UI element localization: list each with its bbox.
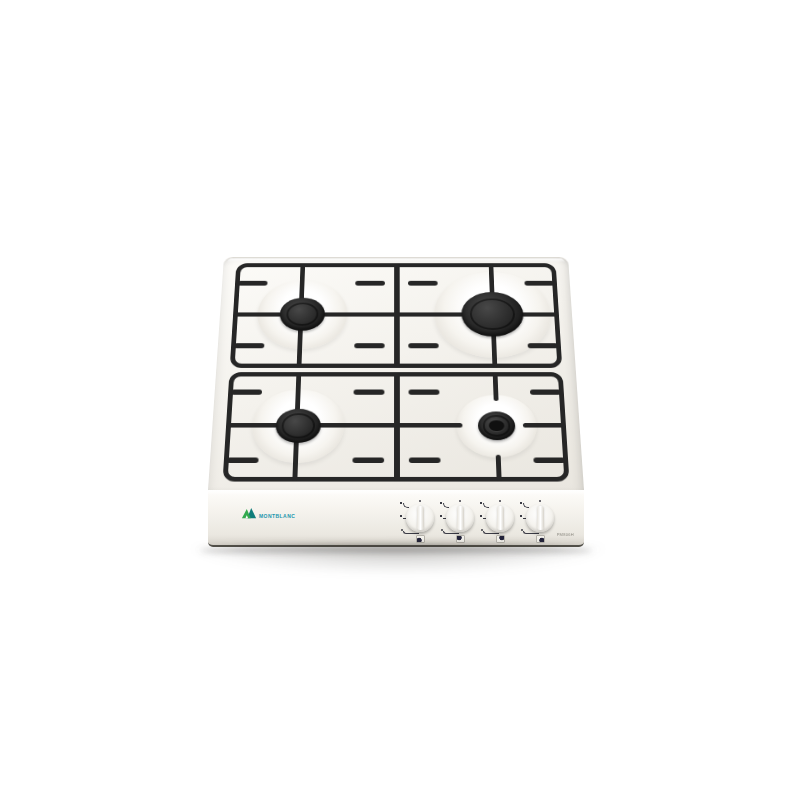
grate-finger [352,457,384,463]
burner-knob-3[interactable] [480,496,520,542]
ignition-dot-mark [499,500,501,502]
grate-finger [528,343,559,348]
grate-bar [394,263,400,368]
grate-bar [394,372,400,481]
knob-grip[interactable] [486,504,514,532]
high-flame-mark [520,502,529,509]
grate-finger [354,390,385,395]
knob-grip[interactable] [526,504,554,532]
burner-position-icon [416,535,425,543]
grate-finger [408,343,438,348]
model-number-text: PM806H [557,532,574,537]
burner-cap-back-right [461,292,524,336]
pan-support-grate-front [223,372,570,481]
grate-finger [409,390,440,395]
knob-grip[interactable] [446,504,474,532]
burner-knob-1[interactable] [400,496,440,542]
grate-finger [354,343,384,348]
grate-bar [496,455,502,482]
high-flame-mark [400,502,409,509]
burner-position-icon [536,535,545,543]
brand-name: MONTBLANC [259,514,295,519]
product-photo: MONTBLANC [0,0,800,800]
floor-shadow-edge [200,546,592,555]
brand-logo: MONTBLANC [241,507,295,519]
hob-surface [208,257,584,490]
grate-finger [227,457,259,463]
grate-bar [493,372,499,401]
knob-grip[interactable] [406,504,434,532]
burner-knob-4[interactable] [520,496,560,542]
grate-finger [355,281,385,286]
grate-finger [408,281,438,286]
grate-finger [530,390,561,395]
control-panel: MONTBLANC [208,490,584,547]
mountain-icon [241,507,257,519]
grate-finger [524,281,554,286]
ignition-dot-mark [459,500,461,502]
burner-position-icon [496,535,505,543]
grate-finger [234,343,265,348]
burner-position-icon [456,535,465,543]
ignition-dot-mark [539,500,541,502]
grate-finger [238,281,268,286]
grate-finger [231,390,262,395]
burner-cap-front-right [478,411,516,440]
gas-cooktop: MONTBLANC [208,247,584,573]
grate-bar [523,423,566,427]
grate-bar [226,423,462,427]
high-flame-mark [440,502,449,509]
grate-finger [533,457,565,463]
ignition-dot-mark [419,500,421,502]
high-flame-mark [480,502,489,509]
hob-top [208,247,584,490]
burner-knob-2[interactable] [440,496,480,542]
grate-finger [409,457,441,463]
